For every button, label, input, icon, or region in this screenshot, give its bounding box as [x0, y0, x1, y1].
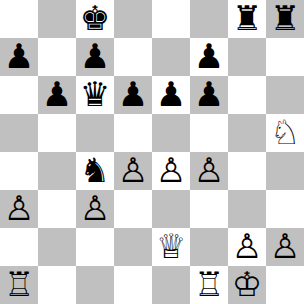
square-f5[interactable]: [190, 114, 228, 152]
piece-white-knight: ♘: [270, 113, 300, 151]
square-d8[interactable]: [114, 0, 152, 38]
square-a4[interactable]: [0, 152, 38, 190]
square-a8[interactable]: [0, 0, 38, 38]
square-h2[interactable]: ♙: [266, 228, 304, 266]
square-d1[interactable]: [114, 266, 152, 304]
square-e6[interactable]: ♟: [152, 76, 190, 114]
square-c2[interactable]: [76, 228, 114, 266]
square-g6[interactable]: [228, 76, 266, 114]
square-h8[interactable]: ♜: [266, 0, 304, 38]
square-d5[interactable]: [114, 114, 152, 152]
piece-black-pawn: ♟: [4, 37, 34, 75]
square-h7[interactable]: [266, 38, 304, 76]
square-b4[interactable]: [38, 152, 76, 190]
square-a5[interactable]: [0, 114, 38, 152]
square-b6[interactable]: ♟: [38, 76, 76, 114]
square-d7[interactable]: [114, 38, 152, 76]
square-c4[interactable]: ♞: [76, 152, 114, 190]
piece-white-pawn: ♙: [80, 189, 110, 227]
square-b1[interactable]: [38, 266, 76, 304]
square-c5[interactable]: [76, 114, 114, 152]
square-a1[interactable]: ♖: [0, 266, 38, 304]
square-b5[interactable]: [38, 114, 76, 152]
square-c1[interactable]: [76, 266, 114, 304]
piece-white-pawn: ♙: [4, 189, 34, 227]
square-h6[interactable]: [266, 76, 304, 114]
piece-white-pawn: ♙: [270, 227, 300, 265]
square-a6[interactable]: [0, 76, 38, 114]
square-a7[interactable]: ♟: [0, 38, 38, 76]
piece-white-rook: ♖: [4, 265, 34, 303]
chess-board: ♚♜♜♟♟♟♟♛♟♟♟♘♞♙♙♙♙♙♕♙♙♖♖♔: [0, 0, 304, 304]
square-c7[interactable]: ♟: [76, 38, 114, 76]
square-f8[interactable]: [190, 0, 228, 38]
square-f6[interactable]: ♟: [190, 76, 228, 114]
piece-black-queen: ♛: [80, 75, 110, 113]
square-a2[interactable]: [0, 228, 38, 266]
square-a3[interactable]: ♙: [0, 190, 38, 228]
square-b2[interactable]: [38, 228, 76, 266]
square-c8[interactable]: ♚: [76, 0, 114, 38]
square-c3[interactable]: ♙: [76, 190, 114, 228]
piece-black-pawn: ♟: [80, 37, 110, 75]
piece-black-king: ♚: [80, 0, 110, 37]
square-d6[interactable]: ♟: [114, 76, 152, 114]
piece-black-knight: ♞: [80, 151, 110, 189]
square-e4[interactable]: ♙: [152, 152, 190, 190]
square-e2[interactable]: ♕: [152, 228, 190, 266]
square-h3[interactable]: [266, 190, 304, 228]
square-d4[interactable]: ♙: [114, 152, 152, 190]
piece-black-rook: ♜: [232, 0, 262, 37]
square-g8[interactable]: ♜: [228, 0, 266, 38]
piece-black-pawn: ♟: [42, 75, 72, 113]
square-f2[interactable]: [190, 228, 228, 266]
piece-black-pawn: ♟: [118, 75, 148, 113]
piece-white-queen: ♕: [156, 227, 186, 265]
square-h5[interactable]: ♘: [266, 114, 304, 152]
square-e1[interactable]: [152, 266, 190, 304]
square-c6[interactable]: ♛: [76, 76, 114, 114]
square-g5[interactable]: [228, 114, 266, 152]
square-e3[interactable]: [152, 190, 190, 228]
square-g1[interactable]: ♔: [228, 266, 266, 304]
square-g3[interactable]: [228, 190, 266, 228]
square-f7[interactable]: ♟: [190, 38, 228, 76]
square-d2[interactable]: [114, 228, 152, 266]
square-b8[interactable]: [38, 0, 76, 38]
square-f4[interactable]: ♙: [190, 152, 228, 190]
piece-white-pawn: ♙: [118, 151, 148, 189]
piece-black-pawn: ♟: [156, 75, 186, 113]
square-f1[interactable]: ♖: [190, 266, 228, 304]
piece-black-pawn: ♟: [194, 37, 224, 75]
piece-white-pawn: ♙: [156, 151, 186, 189]
square-e8[interactable]: [152, 0, 190, 38]
square-g7[interactable]: [228, 38, 266, 76]
square-h1[interactable]: [266, 266, 304, 304]
square-d3[interactable]: [114, 190, 152, 228]
piece-white-rook: ♖: [194, 265, 224, 303]
square-g4[interactable]: [228, 152, 266, 190]
square-e5[interactable]: [152, 114, 190, 152]
piece-white-pawn: ♙: [232, 227, 262, 265]
square-b3[interactable]: [38, 190, 76, 228]
square-f3[interactable]: [190, 190, 228, 228]
piece-black-pawn: ♟: [194, 75, 224, 113]
square-e7[interactable]: [152, 38, 190, 76]
piece-white-pawn: ♙: [194, 151, 224, 189]
square-h4[interactable]: [266, 152, 304, 190]
square-g2[interactable]: ♙: [228, 228, 266, 266]
square-b7[interactable]: [38, 38, 76, 76]
piece-black-rook: ♜: [270, 0, 300, 37]
piece-white-king: ♔: [232, 265, 262, 303]
